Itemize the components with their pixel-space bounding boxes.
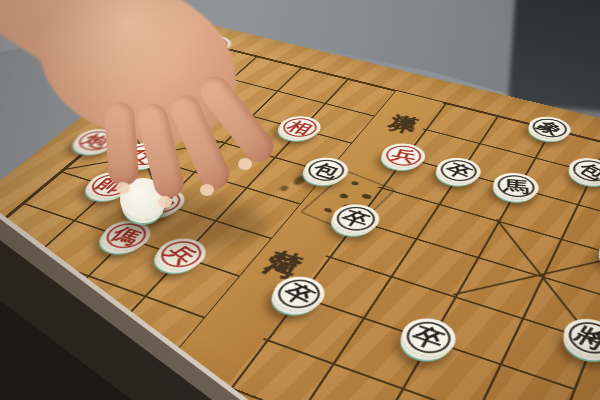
photo-scene: 漢界 楚河 車象傌包相相兵卒馬仕包車炮仕卒帥炮將傌兵卒卒 xyxy=(0,0,600,400)
piece-character: 馬 xyxy=(503,178,529,195)
piece-character: 兵 xyxy=(389,147,419,164)
piece-character: 車 xyxy=(200,39,225,50)
background-object xyxy=(508,0,600,111)
